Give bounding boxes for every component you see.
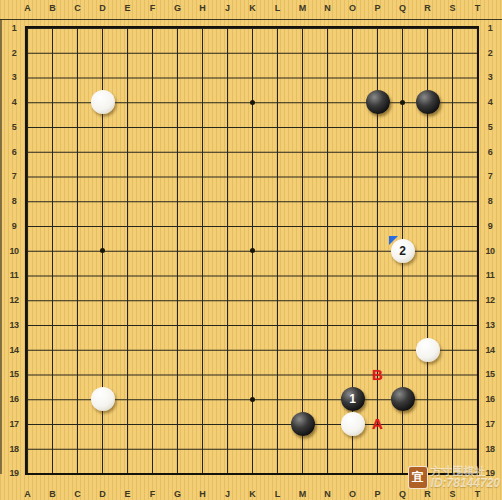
board-point-r4[interactable] bbox=[415, 90, 440, 115]
blue-triangle-marker-icon bbox=[389, 236, 398, 245]
board-point-p4[interactable] bbox=[365, 90, 390, 115]
annotation-a[interactable]: A bbox=[365, 412, 390, 437]
board-point-o16[interactable]: 1 bbox=[340, 387, 365, 412]
coordinate-label: K bbox=[240, 0, 265, 16]
coordinate-label: O bbox=[340, 0, 365, 16]
annotation-b[interactable]: B bbox=[365, 362, 390, 387]
star-point-dot bbox=[250, 100, 255, 105]
coordinate-label: J bbox=[215, 486, 240, 500]
coordinate-label: E bbox=[115, 0, 140, 16]
white-stone[interactable] bbox=[341, 412, 365, 436]
coordinate-label: H bbox=[190, 486, 215, 500]
coordinate-label: S bbox=[440, 0, 465, 16]
coordinate-label: Q bbox=[390, 0, 415, 16]
black-stone[interactable]: 1 bbox=[341, 387, 365, 411]
black-stone[interactable] bbox=[366, 90, 390, 114]
board-point-m17[interactable] bbox=[290, 412, 315, 437]
board-point-q16[interactable] bbox=[390, 387, 415, 412]
star-point bbox=[90, 238, 115, 263]
coordinate-label: B bbox=[40, 0, 65, 16]
coordinate-label: D bbox=[90, 0, 115, 16]
coordinate-label: H bbox=[190, 0, 215, 16]
star-point-dot bbox=[250, 248, 255, 253]
coordinate-label: R bbox=[415, 0, 440, 16]
star-point bbox=[390, 90, 415, 115]
board-point-d16[interactable] bbox=[90, 387, 115, 412]
coordinate-label: P bbox=[365, 0, 390, 16]
coordinate-label: A bbox=[15, 0, 40, 16]
coordinate-label: E bbox=[115, 486, 140, 500]
coordinate-label: M bbox=[290, 0, 315, 16]
coordinate-label: G bbox=[165, 0, 190, 16]
black-stone[interactable] bbox=[291, 412, 315, 436]
black-stone[interactable] bbox=[391, 387, 415, 411]
board-point-r14[interactable] bbox=[415, 337, 440, 362]
coordinate-label: C bbox=[65, 0, 90, 16]
white-stone[interactable] bbox=[416, 338, 440, 362]
coordinate-label: G bbox=[165, 486, 190, 500]
watermark-id: ID:78144720 bbox=[431, 477, 500, 490]
go-board[interactable]: 21BA bbox=[15, 16, 490, 486]
star-point bbox=[240, 90, 265, 115]
coordinate-label: B bbox=[40, 486, 65, 500]
board-point-d4[interactable] bbox=[90, 90, 115, 115]
go-board-screenshot: { "game": "go", "board": { "size": 19, "… bbox=[0, 0, 502, 500]
coordinate-label: F bbox=[140, 486, 165, 500]
annotation-letter: A bbox=[372, 416, 383, 431]
coordinate-label: J bbox=[215, 0, 240, 16]
star-point bbox=[240, 238, 265, 263]
white-stone[interactable] bbox=[91, 387, 115, 411]
watermark-logo-icon: 宜 bbox=[408, 466, 428, 489]
coordinate-label: D bbox=[90, 486, 115, 500]
annotation-letter: B bbox=[372, 367, 383, 382]
star-point-dot bbox=[250, 397, 255, 402]
star-point bbox=[240, 387, 265, 412]
coordinate-label: M bbox=[290, 486, 315, 500]
coordinate-label: N bbox=[315, 486, 340, 500]
coordinate-label: N bbox=[315, 0, 340, 16]
coordinate-label: L bbox=[265, 486, 290, 500]
coordinate-label: C bbox=[65, 486, 90, 500]
coordinate-label: L bbox=[265, 0, 290, 16]
star-point-dot bbox=[400, 100, 405, 105]
coordinate-label: O bbox=[340, 486, 365, 500]
column-letters-top: ABCDEFGHJKLMNOPQRST bbox=[15, 0, 490, 16]
coordinate-label: K bbox=[240, 486, 265, 500]
white-stone[interactable] bbox=[91, 90, 115, 114]
coordinate-label: P bbox=[365, 486, 390, 500]
star-point-dot bbox=[100, 248, 105, 253]
watermark: 宜 方寸围棋社 ID:78144720 bbox=[408, 466, 500, 490]
white-stone[interactable]: 2 bbox=[391, 239, 415, 263]
board-point-q10[interactable]: 2 bbox=[390, 238, 415, 263]
coordinate-label: F bbox=[140, 0, 165, 16]
board-point-o17[interactable] bbox=[340, 412, 365, 437]
coordinate-label: T bbox=[465, 0, 490, 16]
coordinate-label: A bbox=[15, 486, 40, 500]
black-stone[interactable] bbox=[416, 90, 440, 114]
